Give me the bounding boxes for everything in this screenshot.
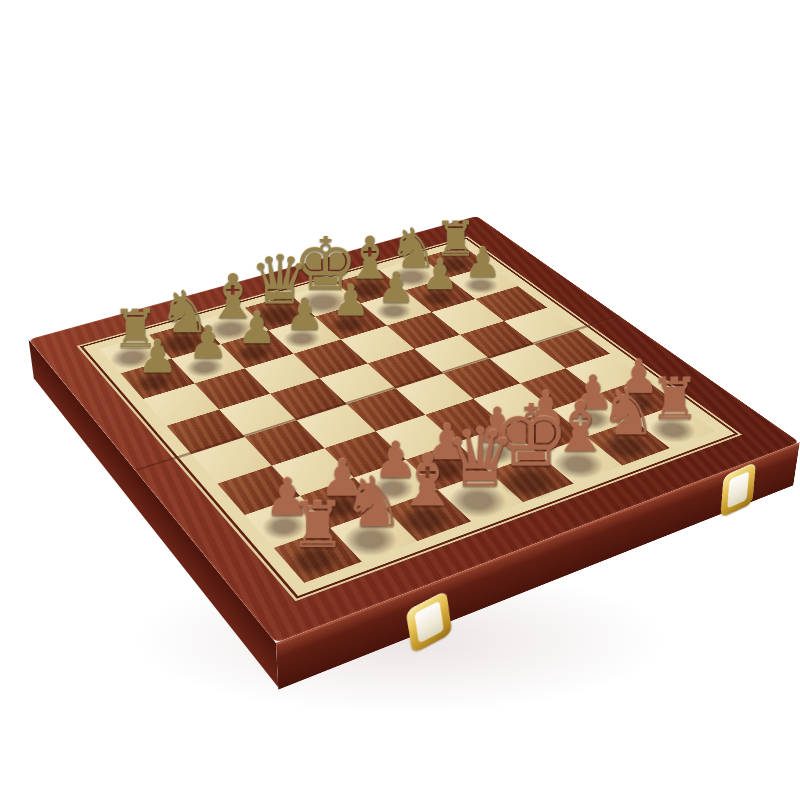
- chess-board-box: ♜♞♝♛♚♝♞♜♟♟♟♟♟♟♟♟♟♟♟♟♟♟♟♟♜♞♝♛♚♝♞♜: [29, 216, 800, 643]
- clasp-opening: [414, 601, 444, 644]
- clasp-opening: [727, 471, 749, 508]
- photo-scene: ♜♞♝♛♚♝♞♜♟♟♟♟♟♟♟♟♟♟♟♟♟♟♟♟♜♞♝♛♚♝♞♜: [0, 0, 800, 800]
- gold-clasp-left: [406, 590, 453, 654]
- product-photo: ♜♞♝♛♚♝♞♜♟♟♟♟♟♟♟♟♟♟♟♟♟♟♟♟♜♞♝♛♚♝♞♜: [0, 0, 800, 800]
